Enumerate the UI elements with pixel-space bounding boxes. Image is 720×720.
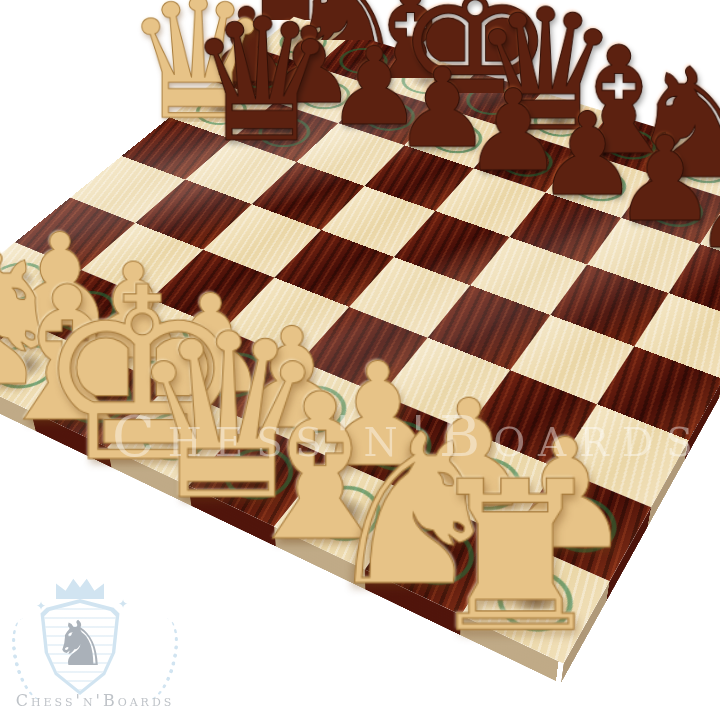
square-h7[interactable]: ♟ — [700, 199, 720, 272]
crown-icon — [56, 577, 104, 599]
white-rook-h1[interactable]: ♜ — [422, 459, 608, 656]
star-icon: ✦ — [118, 597, 128, 611]
brand-logo: ✦ ✦ ♞ Chess'n'Boards — [6, 573, 184, 715]
square-h1[interactable]: ♜ — [461, 538, 609, 664]
black-queen-b6[interactable]: ♛ — [186, 1, 339, 163]
chessboard-grid: ♜♞♝♚♛♝♞♜♟♟♟♟♟♟♟♟♛♛♟♟♟♟♟♟♟♟♜♞♝♚♛♝♞♜ — [0, 17, 720, 664]
black-pawn-h7[interactable]: ♟ — [692, 148, 720, 263]
knight-icon: ♞ — [52, 607, 108, 680]
chessboard: ♜♞♝♚♛♝♞♜♟♟♟♟♟♟♟♟♛♛♟♟♟♟♟♟♟♟♜♞♝♚♛♝♞♜ — [0, 17, 720, 664]
square-b6[interactable]: ♛ — [232, 102, 339, 162]
brand-name: Chess'n'Boards — [6, 691, 184, 710]
product-photo: ♜♞♝♚♛♝♞♜♟♟♟♟♟♟♟♟♛♛♟♟♟♟♟♟♟♟♜♞♝♚♛♝♞♜ Chess… — [0, 0, 720, 720]
